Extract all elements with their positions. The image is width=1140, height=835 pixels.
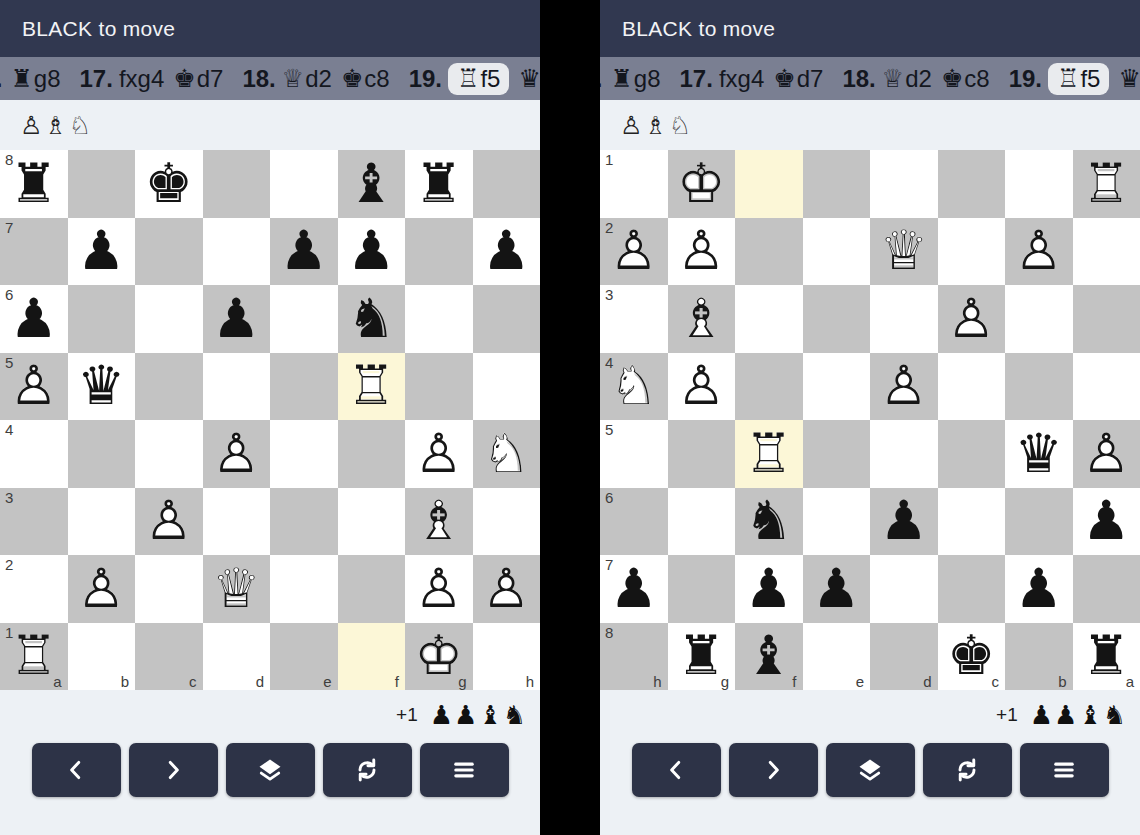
navigation-toolbar xyxy=(600,743,1140,797)
square-f6[interactable]: ♞ xyxy=(735,488,803,556)
square-c1[interactable] xyxy=(938,150,1006,218)
file-label: c xyxy=(189,673,197,690)
captured-white-pawn: ♙ xyxy=(20,111,42,140)
white-pawn: ♙ xyxy=(870,353,938,421)
black-pawn: ♟ xyxy=(1073,488,1140,556)
layers-icon xyxy=(256,756,284,784)
white-pawn: ♙ xyxy=(68,555,136,623)
square-h7[interactable]: 7♟ xyxy=(600,555,668,623)
square-h4[interactable]: 4♞♘ xyxy=(600,353,668,421)
black-pawn: ♟ xyxy=(870,488,938,556)
move-token[interactable]: ♚d7 xyxy=(173,65,223,93)
white-pawn-fill: ♟ xyxy=(473,555,541,623)
square-a7[interactable] xyxy=(1073,555,1140,623)
white-pawn: ♙ xyxy=(405,420,473,488)
white-rook: ♖ xyxy=(735,420,803,488)
move-token[interactable]: fxg4 xyxy=(719,65,764,93)
piece-figurine: ♖ xyxy=(1057,66,1079,91)
square-b1[interactable]: b xyxy=(68,623,136,691)
black-pawn: ♟ xyxy=(338,218,406,286)
square-g8[interactable]: g♜ xyxy=(668,623,736,691)
square-f1[interactable]: f xyxy=(338,623,406,691)
square-c5[interactable] xyxy=(135,353,203,421)
white-pawn-fill: ♟ xyxy=(1073,420,1140,488)
rotate-icon xyxy=(953,756,981,784)
file-label: f xyxy=(395,673,399,690)
square-e3[interactable] xyxy=(270,488,338,556)
file-label: d xyxy=(256,673,264,690)
square-f5[interactable]: ♜♖ xyxy=(735,420,803,488)
move-number: 16. xyxy=(0,65,2,93)
move-token[interactable]: ♛e8 xyxy=(518,65,540,93)
square-b7[interactable]: ♟ xyxy=(68,218,136,286)
square-e1[interactable]: e xyxy=(270,623,338,691)
square-e3[interactable] xyxy=(803,285,871,353)
white-knight: ♘ xyxy=(473,420,541,488)
menu-button[interactable] xyxy=(420,743,509,797)
panel-white-perspective: BLACK to move 16.♜g817.fxg4♚d718.♕d2♚c81… xyxy=(0,0,540,835)
rank-label: 6 xyxy=(605,489,613,506)
square-a3[interactable] xyxy=(1073,285,1140,353)
move-number: 16. xyxy=(600,65,602,93)
square-h3[interactable] xyxy=(473,488,541,556)
square-e2[interactable] xyxy=(803,218,871,286)
square-a4[interactable] xyxy=(1073,353,1140,421)
square-h4[interactable]: ♞♘ xyxy=(473,420,541,488)
white-pawn-fill: ♟ xyxy=(870,353,938,421)
white-rook: ♖ xyxy=(1073,150,1140,218)
move-token[interactable]: ♜g8 xyxy=(610,65,660,93)
piece-figurine: ♛ xyxy=(518,66,540,91)
square-d1[interactable] xyxy=(870,150,938,218)
square-e6[interactable] xyxy=(270,285,338,353)
chevron-right-icon xyxy=(760,757,786,783)
captured-white-pieces-tray: ♙♗♘ xyxy=(600,100,1140,150)
square-g5[interactable] xyxy=(668,420,736,488)
square-e8[interactable]: e xyxy=(803,623,871,691)
square-h8[interactable] xyxy=(473,150,541,218)
layers-button[interactable] xyxy=(826,743,915,797)
square-a8[interactable]: 8♜ xyxy=(0,150,68,218)
captured-white-knight: ♘ xyxy=(69,111,91,140)
square-d3[interactable] xyxy=(203,488,271,556)
square-h1[interactable]: h xyxy=(473,623,541,691)
square-b4[interactable] xyxy=(68,420,136,488)
white-pawn-fill: ♟ xyxy=(1005,218,1073,286)
black-queen: ♛ xyxy=(1005,420,1073,488)
move-token[interactable]: ♜g8 xyxy=(10,65,60,93)
square-f5[interactable]: ♜♖ xyxy=(338,353,406,421)
file-label: e xyxy=(323,673,331,690)
rank-label: 7 xyxy=(5,219,13,236)
move-number: 18. xyxy=(242,65,275,93)
square-g7[interactable] xyxy=(668,555,736,623)
captured-black-pawn: ♟ xyxy=(454,700,477,730)
rank-label: 5 xyxy=(605,421,613,438)
white-pawn: ♙ xyxy=(473,555,541,623)
white-pawn-fill: ♟ xyxy=(203,420,271,488)
white-bishop-fill: ♝ xyxy=(405,488,473,556)
square-g2[interactable]: ♟♙ xyxy=(405,555,473,623)
square-a8[interactable]: a♜ xyxy=(1073,623,1140,691)
white-pawn: ♙ xyxy=(405,555,473,623)
file-label: f xyxy=(792,673,796,690)
move-token[interactable]: ♚c8 xyxy=(941,65,990,93)
square-c7[interactable] xyxy=(938,555,1006,623)
square-a6[interactable]: 6♟ xyxy=(0,285,68,353)
white-bishop-fill: ♝ xyxy=(668,285,736,353)
rank-label: 1 xyxy=(5,624,13,641)
black-pawn: ♟ xyxy=(473,218,541,286)
panel-black-perspective: BLACK to move 16.♜g817.fxg4♚d718.♕d2♚c81… xyxy=(600,0,1140,835)
piece-figurine: ♕ xyxy=(882,66,904,91)
square-d3[interactable] xyxy=(870,285,938,353)
square-h3[interactable]: 3 xyxy=(600,285,668,353)
square-d1[interactable]: d xyxy=(203,623,271,691)
square-c3[interactable]: ♟♙ xyxy=(938,285,1006,353)
square-b3[interactable] xyxy=(68,488,136,556)
square-e7[interactable]: ♟ xyxy=(270,218,338,286)
captured-black-knight: ♞ xyxy=(1103,700,1126,730)
square-a1[interactable]: ♜♖ xyxy=(1073,150,1140,218)
square-c8[interactable]: ♚ xyxy=(135,150,203,218)
flip-board-button[interactable] xyxy=(323,743,412,797)
white-king: ♔ xyxy=(668,150,736,218)
move-token[interactable]: ♚c8 xyxy=(341,65,390,93)
square-c1[interactable]: c xyxy=(135,623,203,691)
file-label: b xyxy=(121,673,129,690)
white-pawn: ♙ xyxy=(1073,420,1140,488)
app: BLACK to move 16.♜g817.fxg4♚d718.♕d2♚c81… xyxy=(0,0,1140,835)
rank-label: 5 xyxy=(5,354,13,371)
square-f3[interactable] xyxy=(735,285,803,353)
file-label: g xyxy=(721,673,729,690)
white-pawn: ♙ xyxy=(668,218,736,286)
move-number: 19. xyxy=(1009,65,1042,93)
square-a2[interactable]: 2 xyxy=(0,555,68,623)
square-f4[interactable] xyxy=(338,420,406,488)
square-f6[interactable]: ♞ xyxy=(338,285,406,353)
square-c6[interactable] xyxy=(135,285,203,353)
move-token[interactable]: ♚d7 xyxy=(773,65,823,93)
square-h1[interactable]: 1 xyxy=(600,150,668,218)
square-f8[interactable]: f♝ xyxy=(735,623,803,691)
captured-white-bishop: ♗ xyxy=(644,111,666,140)
chess-board: 1♚♔♜♖2♟♙♟♙♛♕♟♙3♝♗♟♙4♞♘♟♙♟♙5♜♖♛♟♙6♞♟♟7♟♟♟… xyxy=(600,150,1140,690)
move-list[interactable]: 16.♜g817.fxg4♚d718.♕d2♚c819.♖f5♛e8 xyxy=(0,57,540,100)
white-pawn: ♙ xyxy=(1005,218,1073,286)
piece-figurine: ♕ xyxy=(282,66,304,91)
rank-label: 8 xyxy=(5,151,13,168)
material-advantage: +1 xyxy=(396,704,418,726)
layers-button[interactable] xyxy=(226,743,315,797)
square-d7[interactable] xyxy=(870,555,938,623)
square-d6[interactable]: ♟ xyxy=(203,285,271,353)
black-pawn: ♟ xyxy=(803,555,871,623)
move-number: 18. xyxy=(842,65,875,93)
file-label: c xyxy=(992,673,1000,690)
file-label: g xyxy=(458,673,466,690)
square-c5[interactable] xyxy=(938,420,1006,488)
file-label: a xyxy=(53,673,61,690)
square-f4[interactable] xyxy=(735,353,803,421)
white-king-fill: ♚ xyxy=(668,150,736,218)
square-b3[interactable] xyxy=(1005,285,1073,353)
white-rook-fill: ♜ xyxy=(338,353,406,421)
rotate-icon xyxy=(353,756,381,784)
move-token[interactable]: ♛e8 xyxy=(1118,65,1140,93)
rank-label: 4 xyxy=(605,354,613,371)
square-e4[interactable] xyxy=(270,420,338,488)
move-token[interactable]: ♖f5 xyxy=(448,63,509,95)
captured-white-bishop: ♗ xyxy=(44,111,66,140)
square-c6[interactable] xyxy=(938,488,1006,556)
square-f1[interactable] xyxy=(735,150,803,218)
square-b2[interactable]: ♟♙ xyxy=(68,555,136,623)
white-pawn-fill: ♟ xyxy=(405,420,473,488)
square-a4[interactable]: 4 xyxy=(0,420,68,488)
square-f3[interactable] xyxy=(338,488,406,556)
rank-label: 2 xyxy=(605,219,613,236)
black-pawn: ♟ xyxy=(68,218,136,286)
previous-move-button[interactable] xyxy=(32,743,121,797)
square-d4[interactable]: ♟♙ xyxy=(203,420,271,488)
square-a1[interactable]: 1a♜♖ xyxy=(0,623,68,691)
white-rook: ♖ xyxy=(338,353,406,421)
rank-label: 4 xyxy=(5,421,13,438)
square-c7[interactable] xyxy=(135,218,203,286)
captured-black-bishop: ♝ xyxy=(478,700,501,730)
square-a7[interactable]: 7 xyxy=(0,218,68,286)
square-a5[interactable]: ♟♙ xyxy=(1073,420,1140,488)
white-pawn-fill: ♟ xyxy=(938,285,1006,353)
square-g4[interactable]: ♟♙ xyxy=(668,353,736,421)
file-label: b xyxy=(1058,673,1066,690)
file-label: e xyxy=(856,673,864,690)
square-a2[interactable] xyxy=(1073,218,1140,286)
square-f2[interactable] xyxy=(735,218,803,286)
captured-white-pawn: ♙ xyxy=(620,111,642,140)
square-h8[interactable]: 8h xyxy=(600,623,668,691)
square-b6[interactable] xyxy=(1005,488,1073,556)
square-b8[interactable] xyxy=(68,150,136,218)
square-c4[interactable] xyxy=(135,420,203,488)
square-g6[interactable] xyxy=(405,285,473,353)
white-bishop: ♗ xyxy=(668,285,736,353)
square-d7[interactable] xyxy=(203,218,271,286)
piece-figurine: ♜ xyxy=(10,66,32,91)
square-g8[interactable]: ♜ xyxy=(405,150,473,218)
square-h6[interactable] xyxy=(473,285,541,353)
move-token[interactable]: ♕d2 xyxy=(282,65,332,93)
square-c3[interactable]: ♟♙ xyxy=(135,488,203,556)
square-b5[interactable]: ♛ xyxy=(68,353,136,421)
square-f7[interactable]: ♟ xyxy=(338,218,406,286)
square-h2[interactable]: 2♟♙ xyxy=(600,218,668,286)
square-g4[interactable]: ♟♙ xyxy=(405,420,473,488)
captured-black-pieces-tray: +1 ♟♟♝♞ xyxy=(0,696,540,734)
square-f8[interactable]: ♝ xyxy=(338,150,406,218)
white-pawn-fill: ♟ xyxy=(668,218,736,286)
square-d6[interactable]: ♟ xyxy=(870,488,938,556)
layers-icon xyxy=(856,756,884,784)
square-c2[interactable] xyxy=(135,555,203,623)
square-a5[interactable]: 5♟♙ xyxy=(0,353,68,421)
piece-figurine: ♚ xyxy=(341,66,363,91)
square-d8[interactable]: d xyxy=(870,623,938,691)
next-move-button[interactable] xyxy=(729,743,818,797)
captured-black-pawn: ♟ xyxy=(1054,700,1077,730)
black-queen: ♛ xyxy=(68,353,136,421)
square-g2[interactable]: ♟♙ xyxy=(668,218,736,286)
square-h6[interactable]: 6 xyxy=(600,488,668,556)
white-pawn: ♙ xyxy=(135,488,203,556)
rank-label: 6 xyxy=(5,286,13,303)
chess-board: 8♜♚♝♜7♟♟♟♟6♟♟♞5♟♙♛♜♖4♟♙♟♙♞♘3♟♙♝♗2♟♙♛♕♟♙♟… xyxy=(0,150,540,690)
square-e5[interactable] xyxy=(270,353,338,421)
menu-icon xyxy=(450,756,478,784)
rank-label: 1 xyxy=(605,151,613,168)
white-queen-fill: ♛ xyxy=(203,555,271,623)
square-a6[interactable]: ♟ xyxy=(1073,488,1140,556)
square-c8[interactable]: c♚ xyxy=(938,623,1006,691)
square-e5[interactable] xyxy=(803,420,871,488)
white-bishop: ♗ xyxy=(405,488,473,556)
turn-indicator: BLACK to move xyxy=(622,17,775,41)
white-pawn: ♙ xyxy=(938,285,1006,353)
square-e1[interactable] xyxy=(803,150,871,218)
file-label: d xyxy=(923,673,931,690)
square-e4[interactable] xyxy=(803,353,871,421)
turn-indicator: BLACK to move xyxy=(22,17,175,41)
square-a3[interactable]: 3 xyxy=(0,488,68,556)
square-b4[interactable] xyxy=(1005,353,1073,421)
black-rook: ♜ xyxy=(405,150,473,218)
square-h5[interactable]: 5 xyxy=(600,420,668,488)
square-b5[interactable]: ♛ xyxy=(1005,420,1073,488)
file-label: h xyxy=(653,673,661,690)
white-queen: ♕ xyxy=(870,218,938,286)
square-g7[interactable] xyxy=(405,218,473,286)
square-g6[interactable] xyxy=(668,488,736,556)
captured-white-knight: ♘ xyxy=(669,111,691,140)
white-pawn-fill: ♟ xyxy=(135,488,203,556)
black-pawn: ♟ xyxy=(270,218,338,286)
rank-label: 3 xyxy=(605,286,613,303)
black-pawn: ♟ xyxy=(735,555,803,623)
square-b2[interactable]: ♟♙ xyxy=(1005,218,1073,286)
chevron-left-icon xyxy=(663,757,689,783)
black-king: ♚ xyxy=(135,150,203,218)
square-f2[interactable] xyxy=(338,555,406,623)
move-token[interactable]: ♖f5 xyxy=(1048,63,1109,95)
square-c2[interactable] xyxy=(938,218,1006,286)
square-e7[interactable]: ♟ xyxy=(803,555,871,623)
square-b1[interactable] xyxy=(1005,150,1073,218)
captured-black-knight: ♞ xyxy=(503,700,526,730)
square-e8[interactable] xyxy=(270,150,338,218)
black-knight: ♞ xyxy=(338,285,406,353)
piece-figurine: ♜ xyxy=(610,66,632,91)
black-pawn: ♟ xyxy=(1005,555,1073,623)
move-number: 17. xyxy=(80,65,113,93)
square-e2[interactable] xyxy=(270,555,338,623)
square-g5[interactable] xyxy=(405,353,473,421)
menu-button[interactable] xyxy=(1020,743,1109,797)
square-f7[interactable]: ♟ xyxy=(735,555,803,623)
white-pawn: ♙ xyxy=(203,420,271,488)
square-d2[interactable]: ♛♕ xyxy=(203,555,271,623)
captured-white-pieces-tray: ♙♗♘ xyxy=(0,100,540,150)
square-g3[interactable]: ♝♗ xyxy=(668,285,736,353)
square-g3[interactable]: ♝♗ xyxy=(405,488,473,556)
rank-label: 2 xyxy=(5,556,13,573)
piece-figurine: ♛ xyxy=(1118,66,1140,91)
status-bar: BLACK to move xyxy=(0,0,540,57)
rank-label: 8 xyxy=(605,624,613,641)
move-number: 17. xyxy=(680,65,713,93)
square-d5[interactable] xyxy=(870,420,938,488)
flip-board-button[interactable] xyxy=(923,743,1012,797)
file-label: h xyxy=(526,673,534,690)
square-b7[interactable]: ♟ xyxy=(1005,555,1073,623)
white-pawn-fill: ♟ xyxy=(405,555,473,623)
next-move-button[interactable] xyxy=(129,743,218,797)
black-knight: ♞ xyxy=(735,488,803,556)
piece-figurine: ♚ xyxy=(941,66,963,91)
move-token[interactable]: fxg4 xyxy=(119,65,164,93)
file-label: a xyxy=(1126,673,1134,690)
captured-black-pawn: ♟ xyxy=(430,700,453,730)
black-pawn: ♟ xyxy=(203,285,271,353)
captured-black-pawn: ♟ xyxy=(1030,700,1053,730)
white-pawn: ♙ xyxy=(668,353,736,421)
square-g1[interactable]: ♚♔ xyxy=(668,150,736,218)
square-h2[interactable]: ♟♙ xyxy=(473,555,541,623)
move-token[interactable]: ♕d2 xyxy=(882,65,932,93)
status-bar: BLACK to move xyxy=(600,0,1140,57)
square-b6[interactable] xyxy=(68,285,136,353)
square-c4[interactable] xyxy=(938,353,1006,421)
square-g1[interactable]: g♚♔ xyxy=(405,623,473,691)
white-queen: ♕ xyxy=(203,555,271,623)
square-b8[interactable]: b xyxy=(1005,623,1073,691)
chevron-right-icon xyxy=(160,757,186,783)
navigation-toolbar xyxy=(0,743,540,797)
piece-figurine: ♚ xyxy=(773,66,795,91)
captured-black-bishop: ♝ xyxy=(1078,700,1101,730)
white-knight-fill: ♞ xyxy=(473,420,541,488)
previous-move-button[interactable] xyxy=(632,743,721,797)
white-pawn-fill: ♟ xyxy=(668,353,736,421)
move-number: 19. xyxy=(409,65,442,93)
white-pawn-fill: ♟ xyxy=(68,555,136,623)
black-bishop: ♝ xyxy=(338,150,406,218)
piece-figurine: ♚ xyxy=(173,66,195,91)
material-advantage: +1 xyxy=(996,704,1018,726)
square-d2[interactable]: ♛♕ xyxy=(870,218,938,286)
square-e6[interactable] xyxy=(803,488,871,556)
white-queen-fill: ♛ xyxy=(870,218,938,286)
square-d4[interactable]: ♟♙ xyxy=(870,353,938,421)
rank-label: 3 xyxy=(5,489,13,506)
panel-divider xyxy=(540,0,600,835)
square-d8[interactable] xyxy=(203,150,271,218)
square-h5[interactable] xyxy=(473,353,541,421)
square-d5[interactable] xyxy=(203,353,271,421)
square-h7[interactable]: ♟ xyxy=(473,218,541,286)
move-list[interactable]: 16.♜g817.fxg4♚d718.♕d2♚c819.♖f5♛e8 xyxy=(600,57,1140,100)
